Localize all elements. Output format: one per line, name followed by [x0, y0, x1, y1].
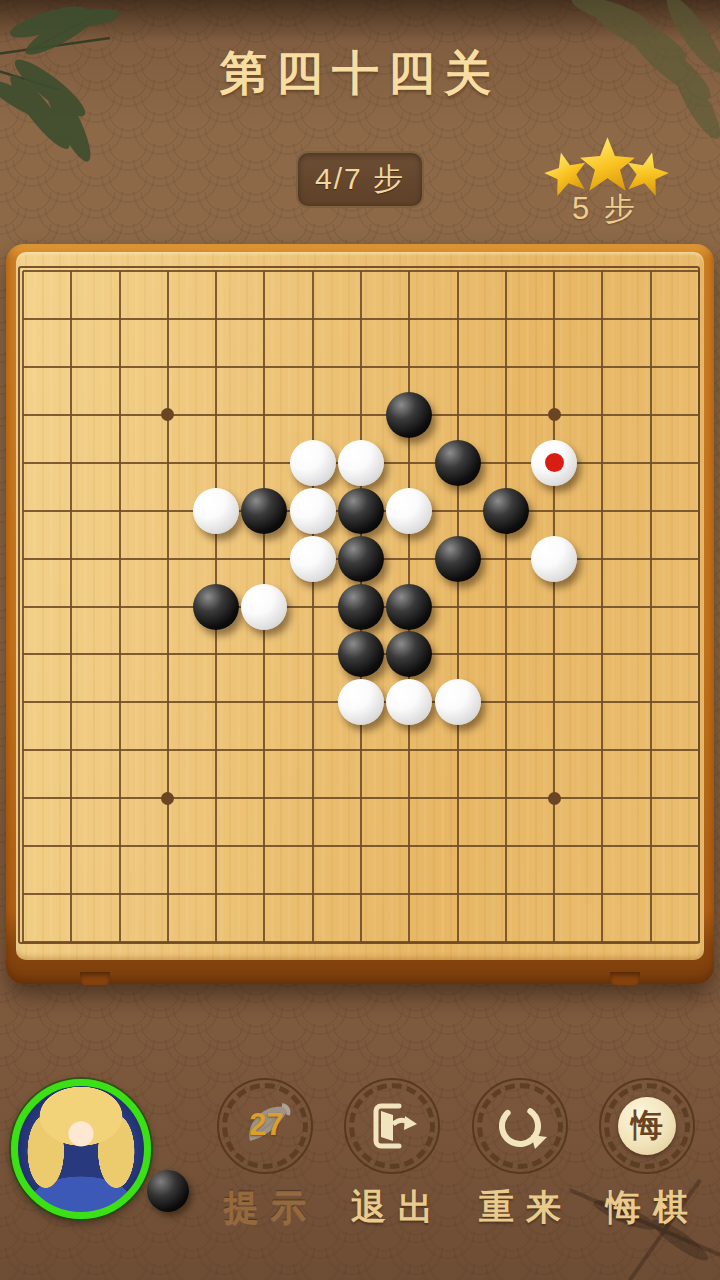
black-stone — [483, 488, 529, 534]
black-stone — [435, 440, 481, 486]
board-foot-right — [610, 972, 640, 985]
black-stone — [338, 488, 384, 534]
white-stone — [290, 440, 336, 486]
white-stone — [290, 536, 336, 582]
grid-line — [23, 893, 700, 895]
game-screen: 第四十四关 4/7 步 5 步 27 提示 退出 重来 — [0, 0, 720, 1280]
grid-line — [457, 271, 459, 943]
star-point — [161, 408, 174, 421]
undo-icon-char: 悔 — [631, 1104, 663, 1148]
bamboo-decoration-top-left — [0, 0, 220, 220]
undo-button[interactable]: 悔 — [599, 1078, 695, 1174]
level-title: 第四十四关 — [0, 42, 720, 105]
grid-line — [23, 941, 700, 943]
black-stone — [193, 584, 239, 630]
black-stone — [386, 584, 432, 630]
grid-line — [698, 271, 700, 943]
steps-progress-text: 4/7 步 — [315, 159, 405, 200]
black-stone — [338, 631, 384, 677]
star-point — [161, 792, 174, 805]
board[interactable] — [23, 271, 701, 944]
black-stone — [241, 488, 287, 534]
white-stone — [531, 440, 577, 486]
white-stone — [338, 440, 384, 486]
steps-progress-badge: 4/7 步 — [296, 151, 424, 208]
white-stone — [435, 679, 481, 725]
restart-arrow-icon — [493, 1099, 547, 1153]
exit-door-icon — [365, 1099, 419, 1153]
white-stone — [338, 679, 384, 725]
black-stone — [435, 536, 481, 582]
player-avatar[interactable] — [11, 1079, 151, 1219]
top-shade — [0, 0, 720, 42]
hint-count-badge: 27 — [249, 1107, 283, 1143]
restart-button[interactable] — [472, 1078, 568, 1174]
white-stone — [193, 488, 239, 534]
grid-line — [553, 271, 555, 943]
player-color-stone — [147, 1170, 189, 1212]
grid-line — [505, 271, 507, 943]
grid-line — [23, 845, 700, 847]
grid-line — [601, 271, 603, 943]
grid-line — [23, 749, 700, 751]
star-point — [548, 408, 561, 421]
star-point — [548, 792, 561, 805]
best-steps-text: 5 步 — [540, 188, 670, 230]
undo-button-label[interactable]: 悔棋 — [567, 1184, 720, 1231]
black-stone — [338, 584, 384, 630]
white-stone — [386, 679, 432, 725]
white-stone — [386, 488, 432, 534]
black-stone — [386, 392, 432, 438]
undo-disc-icon: 悔 — [618, 1097, 676, 1155]
black-stone — [386, 631, 432, 677]
board-foot-left — [80, 972, 110, 985]
white-stone — [241, 584, 287, 630]
white-stone — [290, 488, 336, 534]
last-move-marker — [545, 453, 564, 472]
star-rating — [540, 134, 670, 196]
hint-button[interactable]: 27 — [217, 1078, 313, 1174]
black-stone — [338, 536, 384, 582]
exit-button[interactable] — [344, 1078, 440, 1174]
grid-line — [650, 271, 652, 943]
white-stone — [531, 536, 577, 582]
star-icon — [579, 136, 636, 193]
grid-line — [23, 797, 700, 799]
